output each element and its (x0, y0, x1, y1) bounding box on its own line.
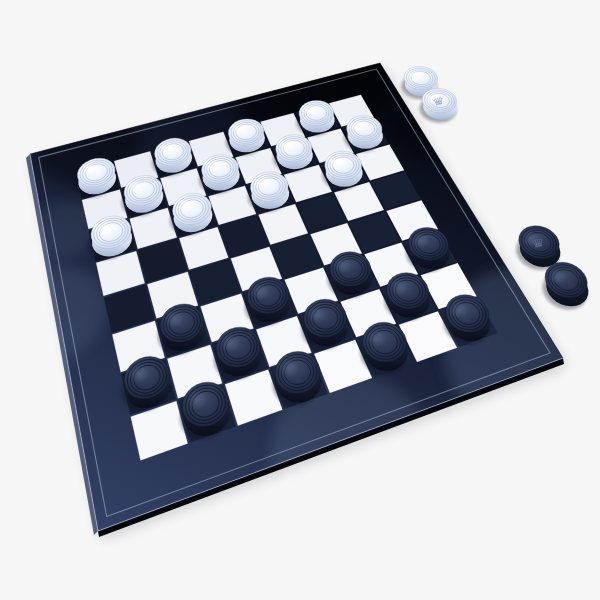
scene-canvas: ♛♛ (0, 0, 600, 600)
black-piece (272, 351, 321, 406)
black-piece (360, 322, 408, 374)
white-piece (296, 100, 334, 135)
white-piece-offboard: ♛ (420, 88, 458, 122)
black-piece (384, 273, 430, 321)
black-piece-offboard (542, 262, 588, 309)
piece-highlight (328, 156, 344, 169)
black-piece (406, 227, 450, 271)
black-piece (327, 252, 371, 298)
white-piece (344, 116, 383, 152)
white-piece (273, 135, 313, 173)
black-piece (301, 299, 347, 349)
white-piece (322, 151, 362, 190)
piece-highlight (302, 105, 318, 116)
black-piece-offboard: ♛ (516, 226, 560, 270)
piece-highlight (307, 306, 326, 323)
product-photo-stage: ♛♛ (0, 0, 600, 600)
